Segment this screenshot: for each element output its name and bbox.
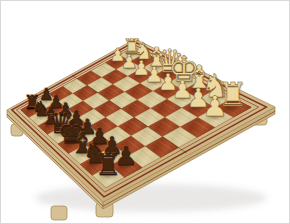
- board-drop-shadow: [35, 184, 267, 212]
- chess-set-photo[interactable]: ♜♞♟♝♟♛♟♚♟♝♟♞♟♟♜♟♟♜♟♟♞♝♟♛♟♚♟♝♟♞♟♜: [0, 0, 290, 224]
- board-foot: [51, 206, 67, 220]
- chess-board: [1, 1, 290, 224]
